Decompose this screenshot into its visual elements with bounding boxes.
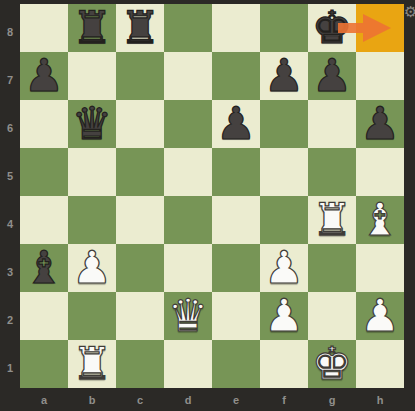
black-pawn[interactable]: ♟ — [24, 52, 64, 100]
square-e4[interactable] — [212, 196, 260, 244]
square-e5[interactable] — [212, 148, 260, 196]
file-label-b: b — [68, 388, 116, 411]
square-c4[interactable] — [116, 196, 164, 244]
rank-label-1: 1 — [0, 340, 20, 388]
square-g4[interactable]: ♜ — [308, 196, 356, 244]
square-g8[interactable]: ♚ — [308, 4, 356, 52]
file-label-d: d — [164, 388, 212, 411]
square-h2[interactable]: ♟ — [356, 292, 404, 340]
square-f1[interactable] — [260, 340, 308, 388]
square-g7[interactable]: ♟ — [308, 52, 356, 100]
rank-label-4: 4 — [0, 196, 20, 244]
square-a6[interactable] — [20, 100, 68, 148]
black-king[interactable]: ♚ — [312, 4, 352, 52]
square-f8[interactable] — [260, 4, 308, 52]
square-e7[interactable] — [212, 52, 260, 100]
square-f5[interactable] — [260, 148, 308, 196]
rank-label-5: 5 — [0, 148, 20, 196]
square-h3[interactable] — [356, 244, 404, 292]
chess-board-panel: 8 7 6 5 4 3 2 1 ♜♜♚♟♟♟♛♟♟♜♝♝♟♟♛♟♟♜♚ a b … — [0, 0, 415, 411]
file-label-a: a — [20, 388, 68, 411]
square-c5[interactable] — [116, 148, 164, 196]
square-e1[interactable] — [212, 340, 260, 388]
square-c3[interactable] — [116, 244, 164, 292]
rank-label-7: 7 — [0, 52, 20, 100]
black-pawn[interactable]: ♟ — [216, 100, 256, 148]
square-f4[interactable] — [260, 196, 308, 244]
white-bishop[interactable]: ♝ — [360, 196, 400, 244]
file-label-h: h — [356, 388, 404, 411]
square-g3[interactable] — [308, 244, 356, 292]
square-d8[interactable] — [164, 4, 212, 52]
square-c8[interactable]: ♜ — [116, 4, 164, 52]
square-c6[interactable] — [116, 100, 164, 148]
white-rook[interactable]: ♜ — [312, 196, 352, 244]
square-a8[interactable] — [20, 4, 68, 52]
black-pawn[interactable]: ♟ — [264, 52, 304, 100]
square-g1[interactable]: ♚ — [308, 340, 356, 388]
square-a1[interactable] — [20, 340, 68, 388]
file-label-c: c — [116, 388, 164, 411]
rank-coordinates: 8 7 6 5 4 3 2 1 — [0, 4, 20, 388]
square-h6[interactable]: ♟ — [356, 100, 404, 148]
square-c1[interactable] — [116, 340, 164, 388]
square-h7[interactable] — [356, 52, 404, 100]
black-rook[interactable]: ♜ — [120, 4, 160, 52]
square-e8[interactable] — [212, 4, 260, 52]
square-f2[interactable]: ♟ — [260, 292, 308, 340]
square-d3[interactable] — [164, 244, 212, 292]
white-pawn[interactable]: ♟ — [264, 292, 304, 340]
square-g2[interactable] — [308, 292, 356, 340]
square-b7[interactable] — [68, 52, 116, 100]
white-queen[interactable]: ♛ — [168, 292, 208, 340]
square-f7[interactable]: ♟ — [260, 52, 308, 100]
square-b2[interactable] — [68, 292, 116, 340]
square-d7[interactable] — [164, 52, 212, 100]
black-pawn[interactable]: ♟ — [312, 52, 352, 100]
file-label-e: e — [212, 388, 260, 411]
square-h8[interactable] — [356, 4, 404, 52]
black-rook[interactable]: ♜ — [72, 4, 112, 52]
rank-label-2: 2 — [0, 292, 20, 340]
rank-label-6: 6 — [0, 100, 20, 148]
settings-gear-icon[interactable]: ⚙ — [404, 5, 415, 20]
square-f3[interactable]: ♟ — [260, 244, 308, 292]
square-g5[interactable] — [308, 148, 356, 196]
square-e6[interactable]: ♟ — [212, 100, 260, 148]
square-b6[interactable]: ♛ — [68, 100, 116, 148]
file-label-f: f — [260, 388, 308, 411]
black-pawn[interactable]: ♟ — [360, 100, 400, 148]
white-pawn[interactable]: ♟ — [264, 244, 304, 292]
square-b4[interactable] — [68, 196, 116, 244]
square-c7[interactable] — [116, 52, 164, 100]
square-a5[interactable] — [20, 148, 68, 196]
file-coordinates: a b c d e f g h — [20, 388, 404, 411]
white-rook[interactable]: ♜ — [72, 340, 112, 388]
square-d5[interactable] — [164, 148, 212, 196]
board: ♜♜♚♟♟♟♛♟♟♜♝♝♟♟♛♟♟♜♚ — [20, 4, 404, 388]
square-b8[interactable]: ♜ — [68, 4, 116, 52]
square-d2[interactable]: ♛ — [164, 292, 212, 340]
rank-label-3: 3 — [0, 244, 20, 292]
rank-label-8: 8 — [0, 4, 20, 52]
file-label-g: g — [308, 388, 356, 411]
square-h5[interactable] — [356, 148, 404, 196]
square-f6[interactable] — [260, 100, 308, 148]
white-king[interactable]: ♚ — [312, 340, 352, 388]
square-c2[interactable] — [116, 292, 164, 340]
square-d4[interactable] — [164, 196, 212, 244]
black-bishop[interactable]: ♝ — [24, 244, 64, 292]
square-b1[interactable]: ♜ — [68, 340, 116, 388]
square-b5[interactable] — [68, 148, 116, 196]
square-e3[interactable] — [212, 244, 260, 292]
square-h1[interactable] — [356, 340, 404, 388]
square-a7[interactable]: ♟ — [20, 52, 68, 100]
square-b3[interactable]: ♟ — [68, 244, 116, 292]
square-a2[interactable] — [20, 292, 68, 340]
square-d1[interactable] — [164, 340, 212, 388]
square-a4[interactable] — [20, 196, 68, 244]
square-d6[interactable] — [164, 100, 212, 148]
square-e2[interactable] — [212, 292, 260, 340]
square-h4[interactable]: ♝ — [356, 196, 404, 244]
black-queen[interactable]: ♛ — [72, 100, 112, 148]
square-g6[interactable] — [308, 100, 356, 148]
square-a3[interactable]: ♝ — [20, 244, 68, 292]
white-pawn[interactable]: ♟ — [72, 244, 112, 292]
white-pawn[interactable]: ♟ — [360, 292, 400, 340]
